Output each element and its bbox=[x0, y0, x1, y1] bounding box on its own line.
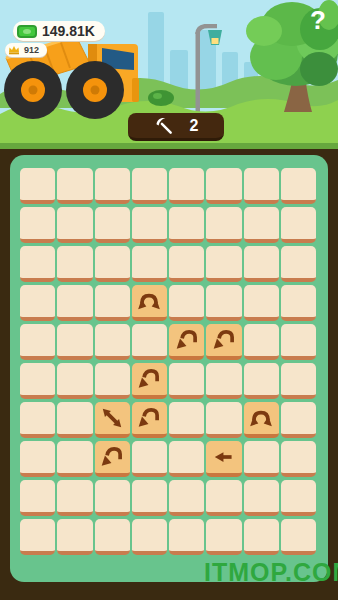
tile[interactable] bbox=[169, 246, 204, 282]
tile[interactable] bbox=[244, 285, 279, 321]
tile-curve-down-left[interactable] bbox=[95, 441, 130, 477]
tile[interactable] bbox=[244, 519, 279, 555]
tile[interactable] bbox=[132, 207, 167, 243]
tile[interactable] bbox=[20, 246, 55, 282]
tile[interactable] bbox=[281, 168, 316, 204]
money-value: 149.81K bbox=[42, 23, 95, 39]
tile[interactable] bbox=[95, 168, 130, 204]
tile[interactable] bbox=[57, 402, 92, 438]
tile[interactable] bbox=[20, 285, 55, 321]
tile[interactable] bbox=[57, 324, 92, 360]
tile[interactable] bbox=[20, 519, 55, 555]
tile[interactable] bbox=[132, 441, 167, 477]
tile[interactable] bbox=[57, 285, 92, 321]
tile[interactable] bbox=[206, 246, 241, 282]
tile[interactable] bbox=[281, 207, 316, 243]
corner-bush bbox=[246, 16, 282, 46]
tile[interactable] bbox=[132, 246, 167, 282]
tile[interactable] bbox=[95, 207, 130, 243]
tile[interactable] bbox=[281, 441, 316, 477]
board-grid bbox=[20, 168, 316, 555]
tile-arc-double-down[interactable] bbox=[132, 285, 167, 321]
tile[interactable] bbox=[95, 285, 130, 321]
tile[interactable] bbox=[57, 246, 92, 282]
tile[interactable] bbox=[169, 441, 204, 477]
tree-foliage bbox=[300, 52, 338, 86]
crown-icon bbox=[8, 45, 20, 55]
tile[interactable] bbox=[95, 519, 130, 555]
pickaxe-count: 2 bbox=[190, 117, 199, 135]
tile[interactable] bbox=[169, 363, 204, 399]
tile[interactable] bbox=[20, 207, 55, 243]
tile[interactable] bbox=[132, 168, 167, 204]
tile-curve-down-left[interactable] bbox=[132, 363, 167, 399]
tile[interactable] bbox=[281, 480, 316, 516]
tile[interactable] bbox=[244, 207, 279, 243]
tile[interactable] bbox=[132, 519, 167, 555]
tile[interactable] bbox=[244, 246, 279, 282]
help-button[interactable]: ? bbox=[303, 3, 333, 37]
bush-icon bbox=[148, 90, 174, 106]
tile[interactable] bbox=[132, 324, 167, 360]
tile[interactable] bbox=[57, 207, 92, 243]
tile-arc-double-down[interactable] bbox=[244, 402, 279, 438]
tile[interactable] bbox=[132, 480, 167, 516]
tile[interactable] bbox=[244, 324, 279, 360]
tile[interactable] bbox=[169, 285, 204, 321]
tile[interactable] bbox=[281, 363, 316, 399]
tile[interactable] bbox=[57, 519, 92, 555]
tile[interactable] bbox=[95, 363, 130, 399]
tile[interactable] bbox=[57, 441, 92, 477]
tile[interactable] bbox=[57, 168, 92, 204]
tile[interactable] bbox=[281, 519, 316, 555]
tile[interactable] bbox=[281, 246, 316, 282]
tile[interactable] bbox=[20, 480, 55, 516]
tile[interactable] bbox=[281, 324, 316, 360]
tile[interactable] bbox=[206, 168, 241, 204]
tile[interactable] bbox=[281, 402, 316, 438]
tile[interactable] bbox=[169, 168, 204, 204]
tile[interactable] bbox=[169, 402, 204, 438]
tile[interactable] bbox=[20, 324, 55, 360]
tile[interactable] bbox=[281, 285, 316, 321]
tile[interactable] bbox=[206, 363, 241, 399]
tile[interactable] bbox=[206, 519, 241, 555]
tile[interactable] bbox=[20, 402, 55, 438]
tile[interactable] bbox=[244, 441, 279, 477]
tile-diag-double-nw-se[interactable] bbox=[95, 402, 130, 438]
tile[interactable] bbox=[20, 441, 55, 477]
tile[interactable] bbox=[95, 246, 130, 282]
tile-curve-down-left[interactable] bbox=[132, 402, 167, 438]
tile[interactable] bbox=[57, 480, 92, 516]
tile-curve-down-left[interactable] bbox=[206, 324, 241, 360]
cash-icon bbox=[17, 25, 37, 38]
pickaxe-counter-banner: 2 bbox=[128, 113, 224, 141]
tile[interactable] bbox=[169, 519, 204, 555]
tile[interactable] bbox=[169, 207, 204, 243]
tile[interactable] bbox=[244, 363, 279, 399]
tile[interactable] bbox=[206, 207, 241, 243]
tile[interactable] bbox=[169, 480, 204, 516]
tile[interactable] bbox=[206, 285, 241, 321]
crown-value: 912 bbox=[24, 45, 39, 55]
tile[interactable] bbox=[20, 168, 55, 204]
tile[interactable] bbox=[20, 363, 55, 399]
money-counter: 149.81K bbox=[13, 21, 105, 41]
crown-counter: 912 bbox=[5, 43, 47, 57]
tile-arrow-left[interactable] bbox=[206, 441, 241, 477]
pickaxe-icon bbox=[154, 116, 174, 136]
tile[interactable] bbox=[244, 480, 279, 516]
game-screen: 149.81K 912 ? 2 ITMOP.COM bbox=[0, 0, 338, 600]
tile[interactable] bbox=[206, 480, 241, 516]
tile[interactable] bbox=[95, 324, 130, 360]
tile[interactable] bbox=[95, 480, 130, 516]
tile[interactable] bbox=[244, 168, 279, 204]
tile[interactable] bbox=[57, 363, 92, 399]
tile-curve-down-left[interactable] bbox=[169, 324, 204, 360]
watermark: ITMOP.COM bbox=[204, 558, 338, 587]
tile[interactable] bbox=[206, 402, 241, 438]
